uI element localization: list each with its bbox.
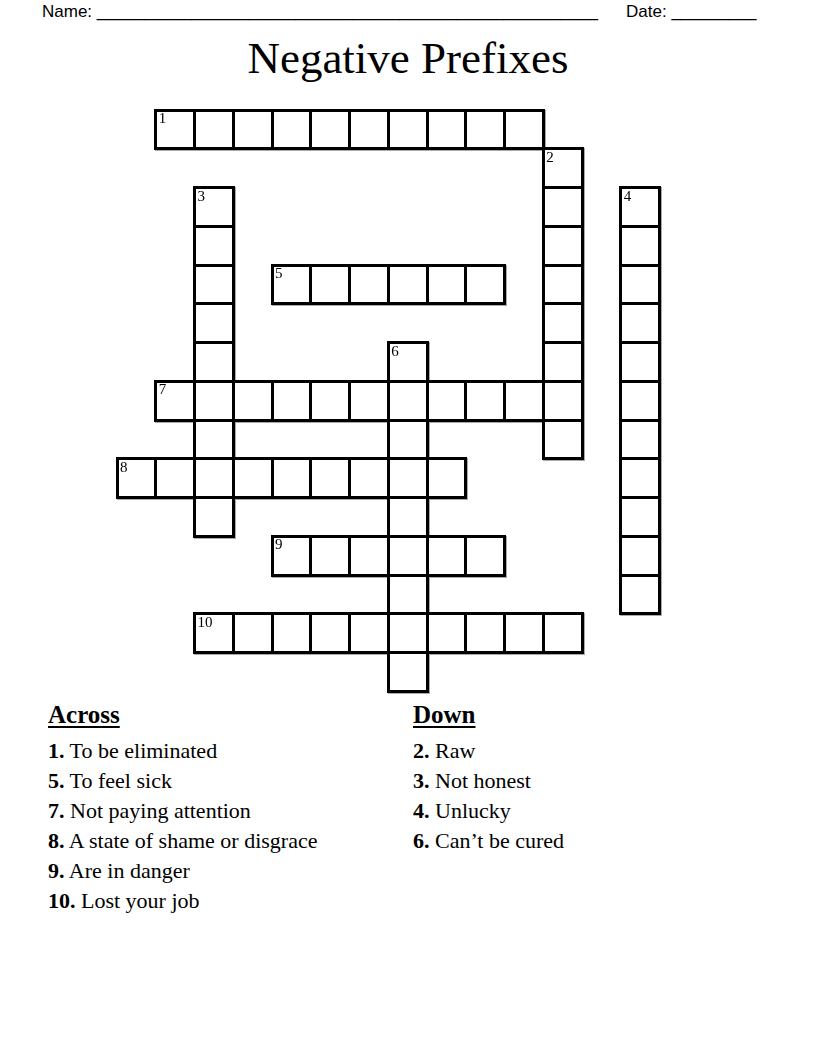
grid-cell-r11c8[interactable] — [426, 535, 468, 577]
grid-cell-r13c10[interactable] — [503, 612, 545, 654]
across-clue-number-9: 9. — [48, 858, 65, 883]
across-clue-number-1: 1. — [48, 738, 65, 763]
grid-cell-r3c2[interactable] — [193, 225, 235, 267]
grid-cell-r4c11[interactable] — [542, 264, 584, 306]
grid-cell-r0c7[interactable] — [387, 109, 429, 151]
grid-cell-r7c6[interactable] — [348, 380, 390, 422]
grid-cell-r13c7[interactable] — [387, 612, 429, 654]
grid-cell-r4c13[interactable] — [619, 264, 661, 306]
grid-cell-r7c7[interactable] — [387, 380, 429, 422]
grid-cell-r7c5[interactable] — [309, 380, 351, 422]
grid-cell-r9c2[interactable] — [193, 457, 235, 499]
grid-cell-r5c2[interactable] — [193, 302, 235, 344]
across-clue-5: 5. To feel sick — [48, 766, 328, 796]
grid-cell-r0c4[interactable] — [271, 109, 313, 151]
down-clue-list: 2. Raw3. Not honest4. Unlucky6. Can’t be… — [413, 736, 733, 856]
down-clue-number-6: 6. — [413, 828, 430, 853]
grid-cell-r4c6[interactable] — [348, 264, 390, 306]
cell-number-2: 2 — [546, 150, 554, 165]
cell-number-5: 5 — [275, 266, 283, 281]
down-clue-number-3: 3. — [413, 768, 430, 793]
cell-number-1: 1 — [159, 111, 167, 126]
grid-cell-r8c13[interactable] — [619, 419, 661, 461]
down-heading: Down — [413, 700, 733, 730]
grid-cell-r13c8[interactable] — [426, 612, 468, 654]
grid-cell-r0c1[interactable]: 1 — [154, 109, 196, 151]
grid-cell-r3c13[interactable] — [619, 225, 661, 267]
cell-number-6: 6 — [391, 344, 399, 359]
across-clue-text-5: To feel sick — [65, 768, 172, 793]
across-heading: Across — [48, 700, 328, 730]
puzzle-title: Negative Prefixes — [0, 32, 816, 84]
across-clue-number-7: 7. — [48, 798, 65, 823]
across-clue-9: 9. Are in danger — [48, 856, 328, 886]
across-clue-8: 8. A state of shame or disgrace — [48, 826, 328, 856]
grid-cell-r8c11[interactable] — [542, 419, 584, 461]
down-clue-text-2: Raw — [430, 738, 476, 763]
grid-cell-r11c13[interactable] — [619, 535, 661, 577]
grid-cell-r4c7[interactable] — [387, 264, 429, 306]
grid-cell-r11c9[interactable] — [464, 535, 506, 577]
cell-number-10: 10 — [198, 615, 213, 630]
across-clue-text-8: A state of shame or disgrace — [65, 828, 318, 853]
grid-cell-r7c13[interactable] — [619, 380, 661, 422]
cell-number-7: 7 — [159, 382, 167, 397]
grid-cell-r14c7[interactable] — [387, 651, 429, 693]
grid-cell-r2c11[interactable] — [542, 186, 584, 228]
grid-cell-r7c3[interactable] — [232, 380, 274, 422]
across-section: Across 1. To be eliminated5. To feel sic… — [48, 700, 328, 916]
grid-cell-r13c4[interactable] — [271, 612, 313, 654]
grid-cell-r9c13[interactable] — [619, 457, 661, 499]
cell-number-8: 8 — [120, 460, 128, 475]
grid-cell-r13c11[interactable] — [542, 612, 584, 654]
cell-number-3: 3 — [198, 189, 206, 204]
grid-cell-r11c4[interactable]: 9 — [271, 535, 313, 577]
grid-cell-r7c8[interactable] — [426, 380, 468, 422]
name-field: Name: __________________________________… — [42, 2, 598, 22]
grid-cell-r6c11[interactable] — [542, 341, 584, 383]
grid-cell-r12c7[interactable] — [387, 574, 429, 616]
cell-number-9: 9 — [275, 537, 283, 552]
crossword-grid: 12345678910 — [117, 110, 660, 692]
grid-cell-r8c7[interactable] — [387, 419, 429, 461]
grid-cell-r7c11[interactable] — [542, 380, 584, 422]
grid-cell-r6c7[interactable]: 6 — [387, 341, 429, 383]
grid-cell-r1c11[interactable]: 2 — [542, 147, 584, 189]
across-clue-text-9: Are in danger — [65, 858, 190, 883]
grid-cell-r12c13[interactable] — [619, 574, 661, 616]
across-clue-text-7: Not paying attention — [65, 798, 251, 823]
across-clue-text-1: To be eliminated — [65, 738, 218, 763]
grid-cell-r0c3[interactable] — [232, 109, 274, 151]
grid-cell-r7c1[interactable]: 7 — [154, 380, 196, 422]
grid-cell-r4c4[interactable]: 5 — [271, 264, 313, 306]
grid-cell-r8c2[interactable] — [193, 419, 235, 461]
cell-number-4: 4 — [624, 189, 632, 204]
grid-cell-r9c6[interactable] — [348, 457, 390, 499]
grid-cell-r11c5[interactable] — [309, 535, 351, 577]
grid-cell-r13c6[interactable] — [348, 612, 390, 654]
across-clue-text-10: Lost your job — [76, 888, 200, 913]
grid-cell-r0c8[interactable] — [426, 109, 468, 151]
grid-cell-r5c11[interactable] — [542, 302, 584, 344]
down-clue-4: 4. Unlucky — [413, 796, 733, 826]
grid-cell-r9c1[interactable] — [154, 457, 196, 499]
across-clue-7: 7. Not paying attention — [48, 796, 328, 826]
across-clue-1: 1. To be eliminated — [48, 736, 328, 766]
grid-cell-r9c7[interactable] — [387, 457, 429, 499]
grid-cell-r6c2[interactable] — [193, 341, 235, 383]
grid-cell-r7c2[interactable] — [193, 380, 235, 422]
grid-cell-r4c8[interactable] — [426, 264, 468, 306]
grid-cell-r4c2[interactable] — [193, 264, 235, 306]
grid-cell-r9c4[interactable] — [271, 457, 313, 499]
grid-cell-r13c2[interactable]: 10 — [193, 612, 235, 654]
grid-cell-r2c2[interactable]: 3 — [193, 186, 235, 228]
grid-cell-r9c8[interactable] — [426, 457, 468, 499]
down-section: Down 2. Raw3. Not honest4. Unlucky6. Can… — [413, 700, 733, 856]
date-field: Date: _________ — [626, 2, 756, 22]
grid-cell-r0c5[interactable] — [309, 109, 351, 151]
down-clue-number-2: 2. — [413, 738, 430, 763]
grid-cell-r11c6[interactable] — [348, 535, 390, 577]
grid-cell-r9c0[interactable]: 8 — [116, 457, 158, 499]
grid-cell-r9c3[interactable] — [232, 457, 274, 499]
grid-cell-r13c9[interactable] — [464, 612, 506, 654]
across-clue-number-8: 8. — [48, 828, 65, 853]
name-label: Name: — [42, 2, 92, 21]
across-clue-10: 10. Lost your job — [48, 886, 328, 916]
down-clue-6: 6. Can’t be cured — [413, 826, 733, 856]
down-clue-text-6: Can’t be cured — [430, 828, 565, 853]
grid-cell-r6c13[interactable] — [619, 341, 661, 383]
grid-cell-r10c2[interactable] — [193, 496, 235, 538]
across-clue-list: 1. To be eliminated5. To feel sick7. Not… — [48, 736, 328, 916]
grid-cell-r11c7[interactable] — [387, 535, 429, 577]
grid-cell-r3c11[interactable] — [542, 225, 584, 267]
grid-cell-r9c5[interactable] — [309, 457, 351, 499]
grid-cell-r0c9[interactable] — [464, 109, 506, 151]
grid-cell-r13c5[interactable] — [309, 612, 351, 654]
down-clue-text-3: Not honest — [430, 768, 531, 793]
grid-cell-r10c7[interactable] — [387, 496, 429, 538]
grid-cell-r0c10[interactable] — [503, 109, 545, 151]
grid-cell-r5c13[interactable] — [619, 302, 661, 344]
crossword-worksheet: Name: __________________________________… — [0, 0, 816, 1056]
date-blank-line[interactable]: _________ — [671, 2, 756, 21]
grid-cell-r4c5[interactable] — [309, 264, 351, 306]
down-clue-2: 2. Raw — [413, 736, 733, 766]
name-blank-line[interactable]: ________________________________________… — [97, 2, 598, 21]
grid-cell-r7c10[interactable] — [503, 380, 545, 422]
date-label: Date: — [626, 2, 667, 21]
grid-cell-r0c6[interactable] — [348, 109, 390, 151]
across-clue-number-10: 10. — [48, 888, 76, 913]
grid-cell-r4c9[interactable] — [464, 264, 506, 306]
grid-cell-r0c2[interactable] — [193, 109, 235, 151]
down-clue-3: 3. Not honest — [413, 766, 733, 796]
down-clue-text-4: Unlucky — [430, 798, 511, 823]
grid-cell-r10c13[interactable] — [619, 496, 661, 538]
grid-cell-r7c4[interactable] — [271, 380, 313, 422]
grid-cell-r2c13[interactable]: 4 — [619, 186, 661, 228]
down-clue-number-4: 4. — [413, 798, 430, 823]
grid-cell-r13c3[interactable] — [232, 612, 274, 654]
across-clue-number-5: 5. — [48, 768, 65, 793]
grid-cell-r7c9[interactable] — [464, 380, 506, 422]
